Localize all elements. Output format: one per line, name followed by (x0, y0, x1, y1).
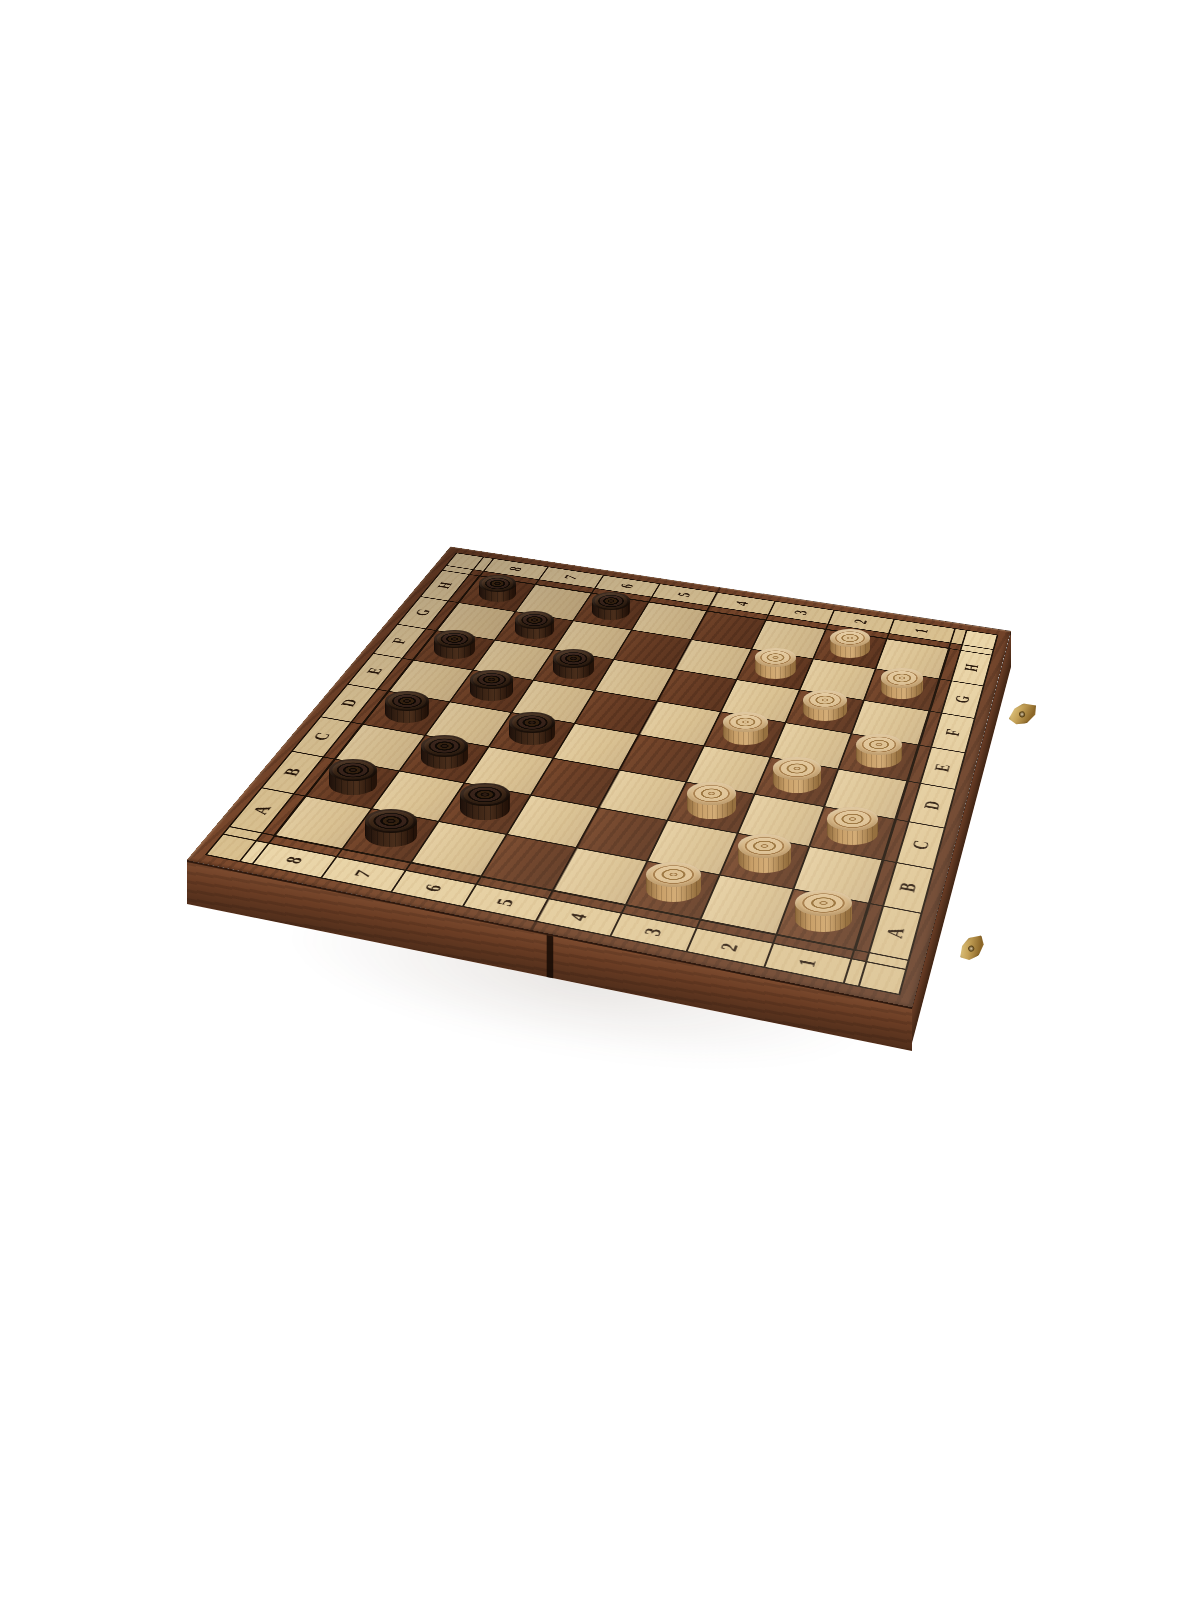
white-checker-c3[interactable] (687, 782, 737, 818)
checker-top-face (434, 630, 474, 649)
checker-top-face (515, 611, 554, 629)
checker-top-face (881, 668, 923, 688)
black-checker-f8[interactable] (434, 630, 474, 659)
black-checker-e7[interactable] (470, 670, 513, 701)
black-checker-h8[interactable] (479, 575, 516, 602)
checker-top-face (687, 782, 737, 805)
checker-top-face (479, 575, 516, 592)
checker-top-face (795, 890, 852, 916)
white-checker-b2[interactable] (738, 834, 791, 873)
checker-top-face (421, 735, 468, 757)
checker-top-face (827, 807, 878, 831)
white-checker-f2[interactable] (803, 690, 847, 722)
white-checker-h2[interactable] (830, 629, 870, 658)
black-checker-d6[interactable] (509, 712, 554, 745)
black-checker-a7[interactable] (365, 809, 417, 847)
black-checker-f6[interactable] (553, 649, 594, 679)
checker-top-face (803, 690, 847, 710)
checker-top-face (385, 691, 429, 711)
checker-top-face (365, 809, 417, 833)
white-checker-c1[interactable] (827, 807, 878, 844)
black-checker-b6[interactable] (460, 783, 510, 819)
product-photo-stage: 88HH77GG66FF55EE44DD33CC22BB11AA (0, 0, 1200, 1600)
checker-top-face (509, 712, 554, 733)
black-checker-c7[interactable] (421, 735, 468, 769)
white-checker-g1[interactable] (881, 668, 923, 699)
checker-top-face (723, 712, 768, 733)
white-checker-a1[interactable] (795, 890, 852, 931)
checker-top-face (856, 734, 902, 755)
pieces-layer (0, 0, 1200, 1600)
white-checker-g3[interactable] (755, 648, 796, 678)
checker-top-face (460, 783, 510, 806)
black-checker-d8[interactable] (385, 691, 429, 723)
white-checker-a3[interactable] (646, 862, 701, 902)
white-checker-e1[interactable] (856, 734, 902, 768)
black-checker-h6[interactable] (592, 592, 630, 620)
checker-top-face (773, 757, 821, 779)
checker-top-face (470, 670, 513, 690)
white-checker-d2[interactable] (773, 757, 821, 792)
checker-top-face (592, 592, 630, 609)
white-checker-e3[interactable] (723, 712, 768, 745)
black-checker-g7[interactable] (515, 611, 554, 640)
black-checker-b8[interactable] (329, 759, 377, 794)
